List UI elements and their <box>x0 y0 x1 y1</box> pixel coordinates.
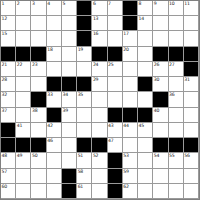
black-square-r4c11 <box>153 47 168 62</box>
cell-r6c3[interactable] <box>31 77 46 92</box>
clue-number-55: 55 <box>169 153 174 158</box>
clue-number-10: 10 <box>169 1 174 6</box>
cell-r3c8[interactable] <box>108 31 123 46</box>
clue-number-19: 19 <box>78 47 83 52</box>
clue-number-22: 22 <box>17 62 22 67</box>
clue-number-45: 45 <box>139 123 144 128</box>
cell-r9c6[interactable] <box>77 123 92 138</box>
cell-r5c9[interactable] <box>123 62 138 77</box>
cell-r9c4[interactable]: 42 <box>47 123 62 138</box>
clue-number-59: 59 <box>123 169 128 174</box>
cell-r7c13[interactable] <box>184 92 199 107</box>
clue-number-26: 26 <box>154 62 159 67</box>
cell-r11c4[interactable] <box>47 153 62 168</box>
cell-r1c11[interactable]: 9 <box>153 1 168 16</box>
black-square-r13c8 <box>108 184 123 199</box>
clue-number-40: 40 <box>154 108 159 113</box>
cell-r3c4[interactable] <box>47 31 62 46</box>
cell-r6c7[interactable]: 29 <box>92 77 107 92</box>
cell-r3c3[interactable] <box>31 31 46 46</box>
clue-number-32: 32 <box>2 92 7 97</box>
black-square-r8c9 <box>123 108 138 123</box>
cell-r11c6[interactable]: 51 <box>77 153 92 168</box>
cell-r7c5[interactable]: 34 <box>62 92 77 107</box>
cell-r4c4[interactable]: 18 <box>47 47 62 62</box>
clue-number-43: 43 <box>108 123 113 128</box>
clue-number-9: 9 <box>154 1 157 6</box>
cell-r9c9[interactable]: 44 <box>123 123 138 138</box>
cell-r6c9[interactable] <box>123 77 138 92</box>
cell-r9c5[interactable] <box>62 123 77 138</box>
black-square-r4c1 <box>1 47 16 62</box>
cell-r13c13[interactable] <box>184 184 199 199</box>
clue-number-36: 36 <box>169 92 174 97</box>
cell-r1c13[interactable]: 11 <box>184 1 199 16</box>
clue-number-48: 48 <box>2 153 7 158</box>
black-square-r4c3 <box>31 47 46 62</box>
clue-number-30: 30 <box>154 77 159 82</box>
black-square-r4c8 <box>108 47 123 62</box>
cell-r12c1[interactable]: 57 <box>1 169 16 184</box>
cell-r5c5[interactable] <box>62 62 77 77</box>
clue-number-31: 31 <box>184 77 189 82</box>
cell-r5c1[interactable]: 21 <box>1 62 16 77</box>
clue-number-52: 52 <box>93 153 98 158</box>
cell-r13c6[interactable]: 61 <box>77 184 92 199</box>
cell-r12c2[interactable] <box>16 169 31 184</box>
cell-r12c3[interactable] <box>31 169 46 184</box>
cell-r4c10[interactable] <box>138 47 153 62</box>
black-square-r10c6 <box>77 138 92 153</box>
black-square-r6c5 <box>62 77 77 92</box>
cell-r7c2[interactable] <box>16 92 31 107</box>
cell-r6c8[interactable] <box>108 77 123 92</box>
cell-r9c8[interactable]: 43 <box>108 123 123 138</box>
clue-number-46: 46 <box>47 138 52 143</box>
clue-number-6: 6 <box>93 1 96 6</box>
cell-r2c13[interactable] <box>184 16 199 31</box>
cell-r3c9[interactable]: 17 <box>123 31 138 46</box>
cell-r13c9[interactable]: 62 <box>123 184 138 199</box>
cell-r10c9[interactable] <box>123 138 138 153</box>
clue-number-39: 39 <box>62 108 67 113</box>
black-square-r10c11 <box>153 138 168 153</box>
clue-number-17: 17 <box>123 31 128 36</box>
cell-r7c12[interactable]: 36 <box>169 92 184 107</box>
cell-r2c1[interactable]: 12 <box>1 16 16 31</box>
clue-number-49: 49 <box>17 153 22 158</box>
cell-r7c4[interactable]: 33 <box>47 92 62 107</box>
cell-r2c8[interactable] <box>108 16 123 31</box>
black-square-r4c2 <box>16 47 31 62</box>
cell-r12c13[interactable] <box>184 169 199 184</box>
black-square-r12c5 <box>62 169 77 184</box>
cell-r8c11[interactable]: 40 <box>153 108 168 123</box>
cell-r11c3[interactable]: 50 <box>31 153 46 168</box>
crossword-grid: 1234567891011121314151617181920212223242… <box>0 0 200 200</box>
cell-r13c7[interactable] <box>92 184 107 199</box>
clue-number-54: 54 <box>154 153 159 158</box>
cell-r1c12[interactable]: 10 <box>169 1 184 16</box>
cell-r9c11[interactable] <box>153 123 168 138</box>
black-square-r10c1 <box>1 138 16 153</box>
cell-r5c3[interactable]: 23 <box>31 62 46 77</box>
cell-r1c10[interactable]: 8 <box>138 1 153 16</box>
cell-r13c1[interactable]: 60 <box>1 184 16 199</box>
cell-r8c1[interactable]: 37 <box>1 108 16 123</box>
cell-r7c10[interactable] <box>138 92 153 107</box>
black-square-r6c4 <box>47 77 62 92</box>
cell-r11c12[interactable]: 55 <box>169 153 184 168</box>
black-square-r1c9 <box>123 1 138 16</box>
clue-number-18: 18 <box>47 47 52 52</box>
cell-r13c3[interactable] <box>31 184 46 199</box>
cell-r5c2[interactable]: 22 <box>16 62 31 77</box>
cell-r9c10[interactable]: 45 <box>138 123 153 138</box>
cell-r11c10[interactable] <box>138 153 153 168</box>
black-square-r4c12 <box>169 47 184 62</box>
clue-number-33: 33 <box>47 92 52 97</box>
cell-r12c6[interactable]: 58 <box>77 169 92 184</box>
cell-r8c12[interactable] <box>169 108 184 123</box>
cell-r12c11[interactable] <box>153 169 168 184</box>
cell-r11c13[interactable]: 56 <box>184 153 199 168</box>
cell-r3c5[interactable] <box>62 31 77 46</box>
cell-r13c12[interactable] <box>169 184 184 199</box>
clue-number-5: 5 <box>62 1 65 6</box>
cell-r10c8[interactable]: 47 <box>108 138 123 153</box>
cell-r8c7[interactable] <box>92 108 107 123</box>
cell-r1c8[interactable]: 7 <box>108 1 123 16</box>
cell-r3c2[interactable] <box>16 31 31 46</box>
clue-number-13: 13 <box>93 16 98 21</box>
cell-r8c13[interactable] <box>184 108 199 123</box>
black-square-r10c12 <box>169 138 184 153</box>
black-square-r2c9 <box>123 16 138 31</box>
cell-r1c2[interactable]: 2 <box>16 1 31 16</box>
clue-number-25: 25 <box>108 62 113 67</box>
cell-r4c9[interactable]: 20 <box>123 47 138 62</box>
black-square-r8c8 <box>108 108 123 123</box>
clue-number-28: 28 <box>2 77 7 82</box>
cell-r11c1[interactable]: 48 <box>1 153 16 168</box>
cell-r10c5[interactable] <box>62 138 77 153</box>
black-square-r11c8 <box>108 153 123 168</box>
cell-r5c12[interactable]: 27 <box>169 62 184 77</box>
clue-number-4: 4 <box>47 1 50 6</box>
cell-r2c7[interactable]: 13 <box>92 16 107 31</box>
cell-r9c7[interactable] <box>92 123 107 138</box>
cell-r6c13[interactable]: 31 <box>184 77 199 92</box>
cell-r2c12[interactable] <box>169 16 184 31</box>
clue-number-47: 47 <box>108 138 113 143</box>
black-square-r12c8 <box>108 169 123 184</box>
cell-r9c12[interactable] <box>169 123 184 138</box>
black-square-r7c3 <box>31 92 46 107</box>
clue-number-16: 16 <box>93 31 98 36</box>
cell-r3c13[interactable] <box>184 31 199 46</box>
cell-r1c1[interactable]: 1 <box>1 1 16 16</box>
cell-r9c2[interactable]: 41 <box>16 123 31 138</box>
cell-r9c3[interactable] <box>31 123 46 138</box>
cell-r5c8[interactable]: 25 <box>108 62 123 77</box>
cell-r3c7[interactable]: 16 <box>92 31 107 46</box>
black-square-r10c3 <box>31 138 46 153</box>
cell-r7c7[interactable] <box>92 92 107 107</box>
clue-number-60: 60 <box>2 184 7 189</box>
cell-r3c10[interactable] <box>138 31 153 46</box>
cell-r11c11[interactable]: 54 <box>153 153 168 168</box>
cell-r8c2[interactable] <box>16 108 31 123</box>
black-square-r13c5 <box>62 184 77 199</box>
clue-number-37: 37 <box>2 108 7 113</box>
clue-number-27: 27 <box>169 62 174 67</box>
clue-number-3: 3 <box>32 1 35 6</box>
black-square-r4c13 <box>184 47 199 62</box>
clue-number-44: 44 <box>123 123 128 128</box>
cell-r2c4[interactable] <box>47 16 62 31</box>
cell-r6c11[interactable]: 30 <box>153 77 168 92</box>
black-square-r3c6 <box>77 31 92 46</box>
black-square-r10c13 <box>184 138 199 153</box>
clue-number-2: 2 <box>17 1 20 6</box>
cell-r10c10[interactable] <box>138 138 153 153</box>
clue-number-1: 1 <box>2 1 5 6</box>
clue-number-56: 56 <box>184 153 189 158</box>
cell-r2c11[interactable] <box>153 16 168 31</box>
cell-r12c7[interactable] <box>92 169 107 184</box>
clue-number-51: 51 <box>78 153 83 158</box>
cell-r13c2[interactable] <box>16 184 31 199</box>
clue-number-41: 41 <box>17 123 22 128</box>
black-square-r10c7 <box>92 138 107 153</box>
cell-r13c4[interactable] <box>47 184 62 199</box>
clue-number-58: 58 <box>78 169 83 174</box>
cell-r8c5[interactable]: 39 <box>62 108 77 123</box>
cell-r2c10[interactable]: 14 <box>138 16 153 31</box>
cell-r2c5[interactable] <box>62 16 77 31</box>
cell-r12c9[interactable]: 59 <box>123 169 138 184</box>
cell-r11c2[interactable]: 49 <box>16 153 31 168</box>
cell-r12c12[interactable] <box>169 169 184 184</box>
clue-number-12: 12 <box>2 16 7 21</box>
clue-number-62: 62 <box>123 184 128 189</box>
cell-r4c6[interactable]: 19 <box>77 47 92 62</box>
cell-r11c5[interactable] <box>62 153 77 168</box>
cell-r11c9[interactable]: 53 <box>123 153 138 168</box>
cell-r6c2[interactable] <box>16 77 31 92</box>
cell-r5c11[interactable]: 26 <box>153 62 168 77</box>
clue-number-42: 42 <box>47 123 52 128</box>
cell-r7c6[interactable]: 35 <box>77 92 92 107</box>
clue-number-38: 38 <box>32 108 37 113</box>
cell-r4c5[interactable] <box>62 47 77 62</box>
clue-number-20: 20 <box>123 47 128 52</box>
cell-r5c10[interactable] <box>138 62 153 77</box>
clue-number-57: 57 <box>2 169 7 174</box>
clue-number-11: 11 <box>184 1 189 6</box>
black-square-r4c7 <box>92 47 107 62</box>
cell-r8c6[interactable] <box>77 108 92 123</box>
black-square-r2c6 <box>77 16 92 31</box>
cell-r13c11[interactable] <box>153 184 168 199</box>
cell-r1c5[interactable]: 5 <box>62 1 77 16</box>
clue-number-21: 21 <box>2 62 7 67</box>
black-square-r7c11 <box>153 92 168 107</box>
clue-number-14: 14 <box>139 16 144 21</box>
black-square-r9c1 <box>1 123 16 138</box>
black-square-r6c10 <box>138 77 153 92</box>
cell-r13c10[interactable] <box>138 184 153 199</box>
clue-number-8: 8 <box>139 1 142 6</box>
cell-r11c7[interactable]: 52 <box>92 153 107 168</box>
cell-r1c3[interactable]: 3 <box>31 1 46 16</box>
black-square-r5c13 <box>184 62 199 77</box>
clue-number-15: 15 <box>2 31 7 36</box>
cell-r5c6[interactable] <box>77 62 92 77</box>
cell-r6c1[interactable]: 28 <box>1 77 16 92</box>
black-square-r8c4 <box>47 108 62 123</box>
cell-r10c4[interactable]: 46 <box>47 138 62 153</box>
clue-number-23: 23 <box>32 62 37 67</box>
black-square-r10c2 <box>16 138 31 153</box>
black-square-r8c10 <box>138 108 153 123</box>
clue-number-34: 34 <box>62 92 67 97</box>
cell-r6c12[interactable] <box>169 77 184 92</box>
cell-r3c12[interactable] <box>169 31 184 46</box>
clue-number-35: 35 <box>78 92 83 97</box>
black-square-r1c6 <box>77 1 92 16</box>
clue-number-50: 50 <box>32 153 37 158</box>
cell-r5c7[interactable]: 24 <box>92 62 107 77</box>
clue-number-7: 7 <box>108 1 111 6</box>
cell-r8c3[interactable]: 38 <box>31 108 46 123</box>
cell-r3c1[interactable]: 15 <box>1 31 16 46</box>
black-square-r6c6 <box>77 77 92 92</box>
cell-r7c1[interactable]: 32 <box>1 92 16 107</box>
cell-r12c10[interactable] <box>138 169 153 184</box>
cell-r5c4[interactable] <box>47 62 62 77</box>
cell-r3c11[interactable] <box>153 31 168 46</box>
cell-r1c7[interactable]: 6 <box>92 1 107 16</box>
cell-r7c9[interactable] <box>123 92 138 107</box>
clue-number-24: 24 <box>93 62 98 67</box>
clue-number-29: 29 <box>93 77 98 82</box>
clue-number-61: 61 <box>78 184 83 189</box>
cell-r2c2[interactable] <box>16 16 31 31</box>
clue-number-53: 53 <box>123 153 128 158</box>
cell-r9c13[interactable] <box>184 123 199 138</box>
cell-r2c3[interactable] <box>31 16 46 31</box>
cell-r7c8[interactable] <box>108 92 123 107</box>
cell-r1c4[interactable]: 4 <box>47 1 62 16</box>
cell-r12c4[interactable] <box>47 169 62 184</box>
